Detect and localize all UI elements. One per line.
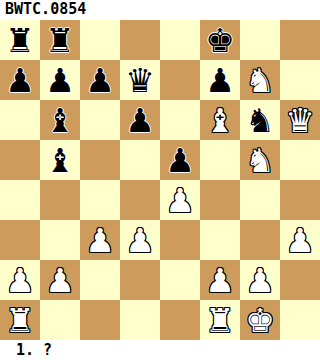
square-e1[interactable] (160, 300, 200, 340)
square-d3[interactable]: ♟ (120, 220, 160, 260)
chess-puzzle-window: BWTC.0854 ♜♜♚♟♟♟♛♟♞♝♟♝♞♛♝♟♞♟♟♟♟♟♟♟♟♜♜♚ 1… (0, 0, 320, 360)
square-g6[interactable]: ♞ (240, 100, 280, 140)
square-h4[interactable] (280, 180, 320, 220)
square-a7[interactable]: ♟ (0, 60, 40, 100)
square-d5[interactable] (120, 140, 160, 180)
piece-black-bishop[interactable]: ♝ (40, 100, 80, 140)
square-a2[interactable]: ♟ (0, 260, 40, 300)
square-f5[interactable] (200, 140, 240, 180)
square-g7[interactable]: ♞ (240, 60, 280, 100)
chess-board: ♜♜♚♟♟♟♛♟♞♝♟♝♞♛♝♟♞♟♟♟♟♟♟♟♟♜♜♚ (0, 20, 320, 340)
square-f6[interactable]: ♝ (200, 100, 240, 140)
square-e5[interactable]: ♟ (160, 140, 200, 180)
piece-white-knight[interactable]: ♞ (240, 140, 280, 180)
square-d6[interactable]: ♟ (120, 100, 160, 140)
piece-black-pawn[interactable]: ♟ (0, 60, 40, 100)
piece-white-pawn[interactable]: ♟ (0, 260, 40, 300)
square-d1[interactable] (120, 300, 160, 340)
piece-white-king[interactable]: ♚ (240, 300, 280, 340)
square-b3[interactable] (40, 220, 80, 260)
square-a6[interactable] (0, 100, 40, 140)
piece-black-bishop[interactable]: ♝ (40, 140, 80, 180)
square-a8[interactable]: ♜ (0, 20, 40, 60)
square-b5[interactable]: ♝ (40, 140, 80, 180)
square-f4[interactable] (200, 180, 240, 220)
square-e8[interactable] (160, 20, 200, 60)
piece-white-rook[interactable]: ♜ (200, 300, 240, 340)
piece-black-rook[interactable]: ♜ (0, 20, 40, 60)
square-g8[interactable] (240, 20, 280, 60)
square-d8[interactable] (120, 20, 160, 60)
square-h6[interactable]: ♛ (280, 100, 320, 140)
square-a5[interactable] (0, 140, 40, 180)
square-c1[interactable] (80, 300, 120, 340)
piece-white-pawn[interactable]: ♟ (280, 220, 320, 260)
piece-white-pawn[interactable]: ♟ (200, 260, 240, 300)
square-f3[interactable] (200, 220, 240, 260)
square-h8[interactable] (280, 20, 320, 60)
square-f2[interactable]: ♟ (200, 260, 240, 300)
square-e7[interactable] (160, 60, 200, 100)
piece-black-queen[interactable]: ♛ (120, 60, 160, 100)
square-d7[interactable]: ♛ (120, 60, 160, 100)
square-e6[interactable] (160, 100, 200, 140)
square-b1[interactable] (40, 300, 80, 340)
piece-white-pawn[interactable]: ♟ (40, 260, 80, 300)
piece-white-bishop[interactable]: ♝ (200, 100, 240, 140)
piece-black-pawn[interactable]: ♟ (40, 60, 80, 100)
piece-white-pawn[interactable]: ♟ (160, 180, 200, 220)
square-a4[interactable] (0, 180, 40, 220)
square-e4[interactable]: ♟ (160, 180, 200, 220)
square-g2[interactable]: ♟ (240, 260, 280, 300)
move-prompt: 1. ? (0, 340, 320, 360)
square-c3[interactable]: ♟ (80, 220, 120, 260)
piece-white-rook[interactable]: ♜ (0, 300, 40, 340)
square-g1[interactable]: ♚ (240, 300, 280, 340)
square-f8[interactable]: ♚ (200, 20, 240, 60)
piece-white-knight[interactable]: ♞ (240, 60, 280, 100)
piece-white-pawn[interactable]: ♟ (80, 220, 120, 260)
piece-white-pawn[interactable]: ♟ (120, 220, 160, 260)
square-h5[interactable] (280, 140, 320, 180)
square-b4[interactable] (40, 180, 80, 220)
square-f1[interactable]: ♜ (200, 300, 240, 340)
square-b2[interactable]: ♟ (40, 260, 80, 300)
square-c2[interactable] (80, 260, 120, 300)
piece-black-pawn[interactable]: ♟ (120, 100, 160, 140)
square-a1[interactable]: ♜ (0, 300, 40, 340)
piece-white-pawn[interactable]: ♟ (240, 260, 280, 300)
square-c6[interactable] (80, 100, 120, 140)
square-a3[interactable] (0, 220, 40, 260)
square-e3[interactable] (160, 220, 200, 260)
square-b7[interactable]: ♟ (40, 60, 80, 100)
square-d4[interactable] (120, 180, 160, 220)
square-h3[interactable]: ♟ (280, 220, 320, 260)
square-g5[interactable]: ♞ (240, 140, 280, 180)
square-g3[interactable] (240, 220, 280, 260)
square-c4[interactable] (80, 180, 120, 220)
piece-black-knight[interactable]: ♞ (240, 100, 280, 140)
square-h7[interactable] (280, 60, 320, 100)
square-c7[interactable]: ♟ (80, 60, 120, 100)
piece-white-queen[interactable]: ♛ (280, 100, 320, 140)
square-h2[interactable] (280, 260, 320, 300)
square-c5[interactable] (80, 140, 120, 180)
square-b8[interactable]: ♜ (40, 20, 80, 60)
square-f7[interactable]: ♟ (200, 60, 240, 100)
piece-black-rook[interactable]: ♜ (40, 20, 80, 60)
square-d2[interactable] (120, 260, 160, 300)
square-e2[interactable] (160, 260, 200, 300)
square-b6[interactable]: ♝ (40, 100, 80, 140)
piece-black-pawn[interactable]: ♟ (160, 140, 200, 180)
piece-black-pawn[interactable]: ♟ (200, 60, 240, 100)
piece-black-king[interactable]: ♚ (200, 20, 240, 60)
puzzle-title: BWTC.0854 (0, 0, 320, 20)
square-g4[interactable] (240, 180, 280, 220)
square-h1[interactable] (280, 300, 320, 340)
square-c8[interactable] (80, 20, 120, 60)
piece-black-pawn[interactable]: ♟ (80, 60, 120, 100)
